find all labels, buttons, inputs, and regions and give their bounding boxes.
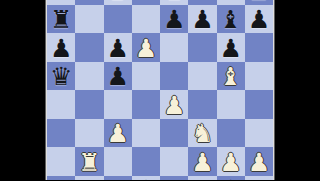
piece-white-pawn[interactable]: ♟ (245, 149, 273, 176)
square-g2[interactable]: ♟ (217, 147, 245, 176)
square-d3[interactable] (132, 119, 160, 148)
chess-screenshot: ♝♚♜♜♟♟♝♟♟♟♟♟♛♟♝♟♟♞♜♟♟♟♛♜♚ (0, 0, 320, 180)
square-a7[interactable]: ♜ (47, 5, 75, 34)
square-d7[interactable] (132, 5, 160, 34)
square-h7[interactable]: ♟ (245, 5, 273, 34)
square-d1[interactable]: ♛ (132, 176, 160, 181)
piece-white-bishop[interactable]: ♝ (217, 63, 245, 90)
square-b7[interactable] (75, 5, 103, 34)
letterbox-right (275, 0, 320, 180)
square-h1[interactable] (245, 176, 273, 181)
square-d4[interactable] (132, 90, 160, 119)
square-g4[interactable] (217, 90, 245, 119)
square-d6[interactable]: ♟ (132, 33, 160, 62)
piece-white-pawn[interactable]: ♟ (132, 35, 160, 62)
square-f6[interactable] (188, 33, 216, 62)
square-c3[interactable]: ♟ (104, 119, 132, 148)
letterbox-left (0, 0, 45, 180)
square-e2[interactable] (160, 147, 188, 176)
square-d5[interactable] (132, 62, 160, 91)
chess-board: ♝♚♜♜♟♟♝♟♟♟♟♟♛♟♝♟♟♞♜♟♟♟♛♜♚ (47, 0, 273, 180)
piece-black-pawn[interactable]: ♟ (104, 35, 132, 62)
square-e4[interactable]: ♟ (160, 90, 188, 119)
piece-black-pawn[interactable]: ♟ (47, 35, 75, 62)
square-c4[interactable] (104, 90, 132, 119)
square-e3[interactable] (160, 119, 188, 148)
square-a4[interactable] (47, 90, 75, 119)
square-h5[interactable] (245, 62, 273, 91)
square-d2[interactable] (132, 147, 160, 176)
square-c1[interactable] (104, 176, 132, 181)
square-c6[interactable]: ♟ (104, 33, 132, 62)
square-g1[interactable]: ♚ (217, 176, 245, 181)
piece-white-knight[interactable]: ♞ (188, 120, 216, 147)
square-b6[interactable] (75, 33, 103, 62)
piece-white-pawn[interactable]: ♟ (188, 149, 216, 176)
square-e1[interactable] (160, 176, 188, 181)
piece-black-pawn[interactable]: ♟ (160, 6, 188, 33)
piece-white-pawn[interactable]: ♟ (104, 120, 132, 147)
piece-white-rook[interactable]: ♜ (188, 177, 216, 180)
square-h3[interactable] (245, 119, 273, 148)
piece-black-bishop[interactable]: ♝ (217, 6, 245, 33)
square-b1[interactable] (75, 176, 103, 181)
piece-black-pawn[interactable]: ♟ (104, 63, 132, 90)
square-e6[interactable] (160, 33, 188, 62)
piece-black-pawn[interactable]: ♟ (217, 35, 245, 62)
square-g6[interactable]: ♟ (217, 33, 245, 62)
piece-black-rook[interactable]: ♜ (47, 6, 75, 33)
square-c5[interactable]: ♟ (104, 62, 132, 91)
square-c2[interactable] (104, 147, 132, 176)
square-a5[interactable]: ♛ (47, 62, 75, 91)
square-g5[interactable]: ♝ (217, 62, 245, 91)
square-b3[interactable] (75, 119, 103, 148)
piece-black-pawn[interactable]: ♟ (245, 6, 273, 33)
piece-white-pawn[interactable]: ♟ (160, 92, 188, 119)
square-h4[interactable] (245, 90, 273, 119)
square-e7[interactable]: ♟ (160, 5, 188, 34)
square-f7[interactable]: ♟ (188, 5, 216, 34)
board-frame: ♝♚♜♜♟♟♝♟♟♟♟♟♛♟♝♟♟♞♜♟♟♟♛♜♚ (45, 0, 275, 180)
piece-white-pawn[interactable]: ♟ (217, 149, 245, 176)
square-a2[interactable] (47, 147, 75, 176)
piece-white-king[interactable]: ♚ (217, 177, 245, 180)
square-g7[interactable]: ♝ (217, 5, 245, 34)
square-f1[interactable]: ♜ (188, 176, 216, 181)
square-a6[interactable]: ♟ (47, 33, 75, 62)
square-h6[interactable] (245, 33, 273, 62)
piece-white-queen[interactable]: ♛ (132, 177, 160, 180)
piece-black-pawn[interactable]: ♟ (188, 6, 216, 33)
square-a1[interactable] (47, 176, 75, 181)
square-a3[interactable] (47, 119, 75, 148)
square-b5[interactable] (75, 62, 103, 91)
square-e5[interactable] (160, 62, 188, 91)
square-f3[interactable]: ♞ (188, 119, 216, 148)
square-f4[interactable] (188, 90, 216, 119)
square-f5[interactable] (188, 62, 216, 91)
square-b4[interactable] (75, 90, 103, 119)
square-c7[interactable] (104, 5, 132, 34)
square-g3[interactable] (217, 119, 245, 148)
square-b2[interactable]: ♜ (75, 147, 103, 176)
square-h2[interactable]: ♟ (245, 147, 273, 176)
piece-white-rook[interactable]: ♜ (75, 149, 103, 176)
piece-black-queen[interactable]: ♛ (47, 63, 75, 90)
square-f2[interactable]: ♟ (188, 147, 216, 176)
